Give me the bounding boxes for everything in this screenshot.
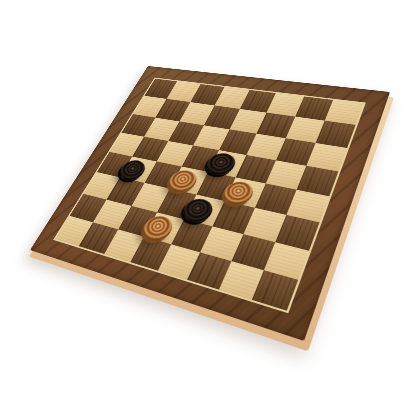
board-frame: ⛂⛂⛀⛀⛂⛀ <box>30 66 390 341</box>
photo-canvas: ⛂⛂⛀⛀⛂⛀ <box>0 0 416 416</box>
checkers-board: ⛂⛂⛀⛀⛂⛀ <box>30 66 390 341</box>
